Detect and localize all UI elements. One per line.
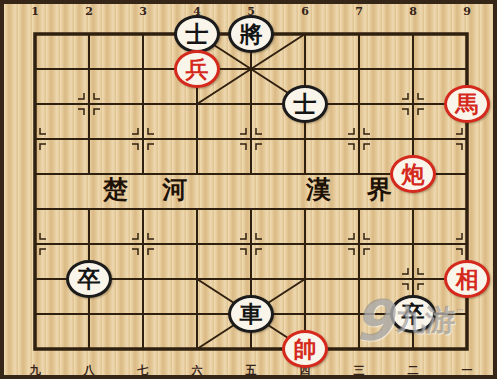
file-label-top-7: 7 [348, 6, 370, 18]
xiangqi-board[interactable]: 123456789 九八七六五四三二一 楚河 漢界 士將兵士馬炮卒相車卒帥 9九… [0, 0, 497, 379]
piece-black-general[interactable]: 將 [228, 15, 274, 53]
river-label-chu-he: 楚河 [103, 176, 221, 204]
file-label-bottom-8: 二 [402, 365, 424, 377]
piece-glyph: 卒 [78, 267, 101, 290]
piece-black-soldier-1[interactable]: 卒 [66, 260, 112, 298]
piece-glyph: 士 [294, 92, 317, 115]
file-label-bottom-2: 八 [78, 365, 100, 377]
piece-glyph: 卒 [402, 302, 425, 325]
file-label-bottom-3: 七 [132, 365, 154, 377]
piece-red-general[interactable]: 帥 [282, 330, 328, 368]
file-label-top-2: 2 [78, 6, 100, 18]
piece-black-advisor-1[interactable]: 士 [174, 15, 220, 53]
piece-glyph: 馬 [456, 92, 479, 115]
piece-glyph: 相 [456, 267, 479, 290]
piece-glyph: 將 [240, 22, 263, 45]
piece-black-advisor-2[interactable]: 士 [282, 85, 328, 123]
file-label-bottom-4: 六 [186, 365, 208, 377]
file-label-top-6: 6 [294, 6, 316, 18]
piece-black-soldier-2[interactable]: 卒 [390, 295, 436, 333]
piece-glyph: 炮 [402, 162, 425, 185]
piece-red-elephant[interactable]: 相 [444, 260, 490, 298]
file-label-top-9: 9 [456, 6, 478, 18]
piece-glyph: 車 [240, 302, 263, 325]
piece-red-horse[interactable]: 馬 [444, 85, 490, 123]
file-label-bottom-9: 一 [456, 365, 478, 377]
piece-glyph: 兵 [186, 57, 209, 80]
file-label-bottom-7: 三 [348, 365, 370, 377]
file-label-top-1: 1 [24, 6, 46, 18]
file-label-top-8: 8 [402, 6, 424, 18]
piece-black-chariot[interactable]: 車 [228, 295, 274, 333]
piece-glyph: 士 [186, 22, 209, 45]
piece-red-soldier-1[interactable]: 兵 [174, 50, 220, 88]
piece-glyph: 帥 [294, 337, 317, 360]
piece-red-cannon[interactable]: 炮 [390, 155, 436, 193]
file-label-bottom-5: 五 [240, 365, 262, 377]
file-label-bottom-1: 九 [24, 365, 46, 377]
file-label-top-3: 3 [132, 6, 154, 18]
